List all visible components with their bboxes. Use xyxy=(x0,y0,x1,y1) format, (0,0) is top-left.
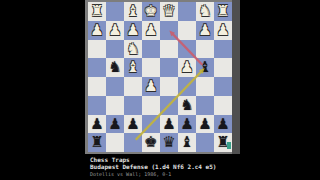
piece-bR: ♜ xyxy=(216,133,229,152)
square-b6[interactable] xyxy=(196,96,214,115)
video-frame: ♜♝♚♛♞♜♟♟♟♟♟♟♞♞♝♟♝♟♞♟♟♟♟♟♟♟♜♚♛♝♜ Chess Tr… xyxy=(0,0,320,180)
square-e5[interactable]: ♟ xyxy=(142,77,160,96)
square-d4[interactable] xyxy=(160,58,178,77)
piece-bK: ♚ xyxy=(144,133,157,152)
piece-bB: ♝ xyxy=(198,58,211,77)
piece-wP: ♟ xyxy=(198,21,211,40)
square-e8[interactable]: ♚ xyxy=(142,133,160,152)
square-f3[interactable]: ♞ xyxy=(124,40,142,59)
square-d7[interactable]: ♟ xyxy=(160,115,178,134)
square-g4[interactable]: ♞ xyxy=(106,58,124,77)
square-f1[interactable]: ♝ xyxy=(124,2,142,21)
square-d6[interactable] xyxy=(160,96,178,115)
square-d3[interactable] xyxy=(160,40,178,59)
right-gray-strip xyxy=(232,0,240,154)
square-a1[interactable]: ♜ xyxy=(214,2,232,21)
square-a4[interactable] xyxy=(214,58,232,77)
square-a7[interactable]: ♟ xyxy=(214,115,232,134)
square-d2[interactable] xyxy=(160,21,178,40)
square-h1[interactable]: ♜ xyxy=(88,2,106,21)
square-f7[interactable]: ♟ xyxy=(124,115,142,134)
square-f6[interactable] xyxy=(124,96,142,115)
caption-title: Chess Traps xyxy=(90,156,240,163)
caption-area: Chess Traps Budapest Defense (1.d4 Nf6 2… xyxy=(85,154,240,180)
square-a2[interactable]: ♟ xyxy=(214,21,232,40)
square-c7[interactable]: ♟ xyxy=(178,115,196,134)
square-g3[interactable] xyxy=(106,40,124,59)
square-g6[interactable] xyxy=(106,96,124,115)
piece-wP: ♟ xyxy=(216,21,229,40)
piece-bP: ♟ xyxy=(180,115,193,134)
square-e1[interactable]: ♚ xyxy=(142,2,160,21)
square-e6[interactable] xyxy=(142,96,160,115)
square-b8[interactable] xyxy=(196,133,214,152)
square-g5[interactable] xyxy=(106,77,124,96)
piece-bP: ♟ xyxy=(90,115,103,134)
piece-bP: ♟ xyxy=(126,115,139,134)
piece-bP: ♟ xyxy=(162,115,175,134)
piece-wR: ♜ xyxy=(90,2,103,21)
square-e2[interactable]: ♟ xyxy=(142,21,160,40)
square-h6[interactable] xyxy=(88,96,106,115)
square-b2[interactable]: ♟ xyxy=(196,21,214,40)
square-f4[interactable]: ♝ xyxy=(124,58,142,77)
square-g7[interactable]: ♟ xyxy=(106,115,124,134)
square-c3[interactable] xyxy=(178,40,196,59)
square-f5[interactable] xyxy=(124,77,142,96)
square-h8[interactable]: ♜ xyxy=(88,133,106,152)
square-c2[interactable] xyxy=(178,21,196,40)
piece-bB: ♝ xyxy=(180,133,193,152)
square-c1[interactable] xyxy=(178,2,196,21)
square-h5[interactable] xyxy=(88,77,106,96)
piece-wP: ♟ xyxy=(90,21,103,40)
piece-wR: ♜ xyxy=(216,2,229,21)
square-e4[interactable] xyxy=(142,58,160,77)
square-d8[interactable]: ♛ xyxy=(160,133,178,152)
square-f8[interactable] xyxy=(124,133,142,152)
square-a8[interactable]: ♜ xyxy=(214,133,232,152)
piece-wQ: ♛ xyxy=(162,2,175,21)
square-b5[interactable] xyxy=(196,77,214,96)
piece-wB: ♝ xyxy=(126,2,139,21)
piece-bN: ♞ xyxy=(180,96,193,115)
square-c5[interactable] xyxy=(178,77,196,96)
square-b1[interactable]: ♞ xyxy=(196,2,214,21)
square-h2[interactable]: ♟ xyxy=(88,21,106,40)
piece-wP: ♟ xyxy=(144,77,157,96)
piece-bR: ♜ xyxy=(90,133,103,152)
piece-wN: ♞ xyxy=(126,40,139,59)
square-d1[interactable]: ♛ xyxy=(160,2,178,21)
square-a3[interactable] xyxy=(214,40,232,59)
square-g1[interactable] xyxy=(106,2,124,21)
square-c8[interactable]: ♝ xyxy=(178,133,196,152)
square-c6[interactable]: ♞ xyxy=(178,96,196,115)
square-c4[interactable]: ♟ xyxy=(178,58,196,77)
square-a5[interactable] xyxy=(214,77,232,96)
square-b7[interactable]: ♟ xyxy=(196,115,214,134)
square-f2[interactable]: ♟ xyxy=(124,21,142,40)
piece-wK: ♚ xyxy=(144,2,157,21)
square-b3[interactable] xyxy=(196,40,214,59)
piece-wP: ♟ xyxy=(108,21,121,40)
piece-wP: ♟ xyxy=(144,21,157,40)
square-g2[interactable]: ♟ xyxy=(106,21,124,40)
piece-bP: ♟ xyxy=(216,115,229,134)
piece-bP: ♟ xyxy=(198,115,211,134)
square-h7[interactable]: ♟ xyxy=(88,115,106,134)
square-h4[interactable] xyxy=(88,58,106,77)
piece-bQ: ♛ xyxy=(162,133,175,152)
square-d5[interactable] xyxy=(160,77,178,96)
piece-bP: ♟ xyxy=(108,115,121,134)
piece-wP: ♟ xyxy=(126,21,139,40)
chess-board: ♜♝♚♛♞♜♟♟♟♟♟♟♞♞♝♟♝♟♞♟♟♟♟♟♟♟♜♚♛♝♜ xyxy=(88,2,232,152)
piece-wB: ♝ xyxy=(126,58,139,77)
square-b4[interactable]: ♝ xyxy=(196,58,214,77)
piece-bN: ♞ xyxy=(108,58,121,77)
square-g8[interactable] xyxy=(106,133,124,152)
caption-subtitle: Budapest Defense (1.d4 Nf6 2.c4 e5) xyxy=(90,163,240,170)
chess-panel: ♜♝♚♛♞♜♟♟♟♟♟♟♞♞♝♟♝♟♞♟♟♟♟♟♟♟♜♚♛♝♜ Chess Tr… xyxy=(85,0,240,180)
square-h3[interactable] xyxy=(88,40,106,59)
square-a6[interactable] xyxy=(214,96,232,115)
piece-wP: ♟ xyxy=(180,58,193,77)
caption-details: Dotellis vs Wall; 1986, 0-1 xyxy=(90,171,240,177)
piece-wN: ♞ xyxy=(198,2,211,21)
square-e3[interactable] xyxy=(142,40,160,59)
square-e7[interactable] xyxy=(142,115,160,134)
